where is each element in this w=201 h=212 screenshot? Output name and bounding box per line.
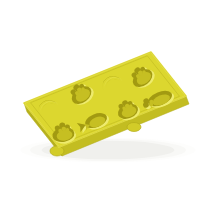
tray-foot	[127, 123, 141, 132]
ice-cube-tray-image	[0, 0, 201, 212]
tray-foot	[50, 146, 64, 156]
product-photo	[0, 0, 201, 212]
